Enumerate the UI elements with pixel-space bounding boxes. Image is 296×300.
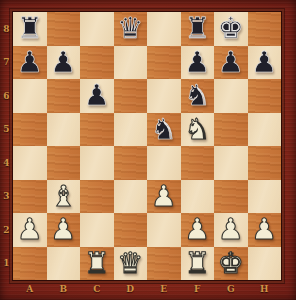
square-e5: ♞: [147, 113, 181, 147]
black-knight-f6: ♞: [184, 79, 210, 112]
black-king-g8: ♚: [218, 12, 244, 45]
white-pawn-h2: ♟: [251, 213, 277, 246]
file-label-e: E: [147, 280, 181, 298]
white-knight-f5: ♞: [184, 113, 210, 146]
square-b1: [47, 247, 81, 281]
black-pawn-b7: ♟: [50, 46, 76, 79]
white-pawn-e3: ♟: [151, 180, 177, 213]
white-king-g1: ♚: [218, 247, 244, 280]
square-h7: ♟: [248, 46, 282, 80]
square-c2: [80, 213, 114, 247]
square-a7: ♟: [13, 46, 47, 80]
file-label-a: A: [13, 280, 47, 298]
square-d6: [114, 79, 148, 113]
white-queen-d1: ♛: [117, 247, 143, 280]
square-d3: [114, 180, 148, 214]
black-pawn-a7: ♟: [17, 46, 43, 79]
square-b3: ♝: [47, 180, 81, 214]
rank-label-4: 4: [0, 146, 13, 180]
square-b2: ♟: [47, 213, 81, 247]
white-pawn-g2: ♟: [218, 213, 244, 246]
square-f5: ♞: [181, 113, 215, 147]
square-h5: [248, 113, 282, 147]
square-f3: [181, 180, 215, 214]
square-d4: [114, 146, 148, 180]
square-d1: ♛: [114, 247, 148, 281]
rank-label-7: 7: [0, 46, 13, 80]
white-bishop-b3: ♝: [50, 180, 76, 213]
black-pawn-f7: ♟: [184, 46, 210, 79]
black-queen-d8: ♛: [117, 12, 143, 45]
white-pawn-a2: ♟: [17, 213, 43, 246]
square-h4: [248, 146, 282, 180]
square-d8: ♛: [114, 12, 148, 46]
square-b4: [47, 146, 81, 180]
black-rook-a8: ♜: [17, 12, 43, 45]
rank-label-2: 2: [0, 213, 13, 247]
square-c4: [80, 146, 114, 180]
square-f6: ♞: [181, 79, 215, 113]
square-e6: [147, 79, 181, 113]
black-rook-f8: ♜: [184, 12, 210, 45]
rank-label-1: 1: [0, 247, 13, 281]
square-e1: [147, 247, 181, 281]
square-c8: [80, 12, 114, 46]
square-d2: [114, 213, 148, 247]
board-frame: 87654321 ABCDEFGH ♜♛♜♚♟♟♟♟♟♟♞♞♞♝♟♟♟♟♟♟♜♛…: [0, 0, 296, 300]
square-f1: ♜: [181, 247, 215, 281]
square-g5: [214, 113, 248, 147]
file-labels: ABCDEFGH: [13, 280, 281, 298]
square-c3: [80, 180, 114, 214]
square-d5: [114, 113, 148, 147]
white-rook-c1: ♜: [84, 247, 110, 280]
square-b7: ♟: [47, 46, 81, 80]
rank-label-6: 6: [0, 79, 13, 113]
black-knight-e5: ♞: [151, 113, 177, 146]
square-c7: [80, 46, 114, 80]
square-e2: [147, 213, 181, 247]
square-f2: ♟: [181, 213, 215, 247]
rank-label-8: 8: [0, 12, 13, 46]
square-f4: [181, 146, 215, 180]
square-g4: [214, 146, 248, 180]
black-pawn-c6: ♟: [84, 79, 110, 112]
square-a8: ♜: [13, 12, 47, 46]
square-b5: [47, 113, 81, 147]
square-h1: [248, 247, 282, 281]
file-label-c: C: [80, 280, 114, 298]
square-g8: ♚: [214, 12, 248, 46]
black-pawn-g7: ♟: [218, 46, 244, 79]
square-c5: [80, 113, 114, 147]
square-e4: [147, 146, 181, 180]
file-label-d: D: [114, 280, 148, 298]
square-g3: [214, 180, 248, 214]
square-e8: [147, 12, 181, 46]
square-a1: [13, 247, 47, 281]
square-e3: ♟: [147, 180, 181, 214]
square-h6: [248, 79, 282, 113]
square-c6: ♟: [80, 79, 114, 113]
square-a4: [13, 146, 47, 180]
square-d7: [114, 46, 148, 80]
square-a3: [13, 180, 47, 214]
white-rook-f1: ♜: [184, 247, 210, 280]
square-h2: ♟: [248, 213, 282, 247]
square-h8: [248, 12, 282, 46]
square-f7: ♟: [181, 46, 215, 80]
white-pawn-f2: ♟: [184, 213, 210, 246]
file-label-b: B: [47, 280, 81, 298]
square-b8: [47, 12, 81, 46]
square-e7: [147, 46, 181, 80]
square-a2: ♟: [13, 213, 47, 247]
square-a5: [13, 113, 47, 147]
square-h3: [248, 180, 282, 214]
square-c1: ♜: [80, 247, 114, 281]
square-g2: ♟: [214, 213, 248, 247]
square-g1: ♚: [214, 247, 248, 281]
file-label-h: H: [248, 280, 282, 298]
black-pawn-h7: ♟: [251, 46, 277, 79]
square-b6: [47, 79, 81, 113]
file-label-f: F: [181, 280, 215, 298]
square-g6: [214, 79, 248, 113]
white-pawn-b2: ♟: [50, 213, 76, 246]
chess-board: ♜♛♜♚♟♟♟♟♟♟♞♞♞♝♟♟♟♟♟♟♜♛♜♚: [13, 12, 281, 280]
square-g7: ♟: [214, 46, 248, 80]
rank-label-5: 5: [0, 113, 13, 147]
square-f8: ♜: [181, 12, 215, 46]
rank-labels: 87654321: [0, 12, 13, 280]
rank-label-3: 3: [0, 180, 13, 214]
square-a6: [13, 79, 47, 113]
file-label-g: G: [214, 280, 248, 298]
